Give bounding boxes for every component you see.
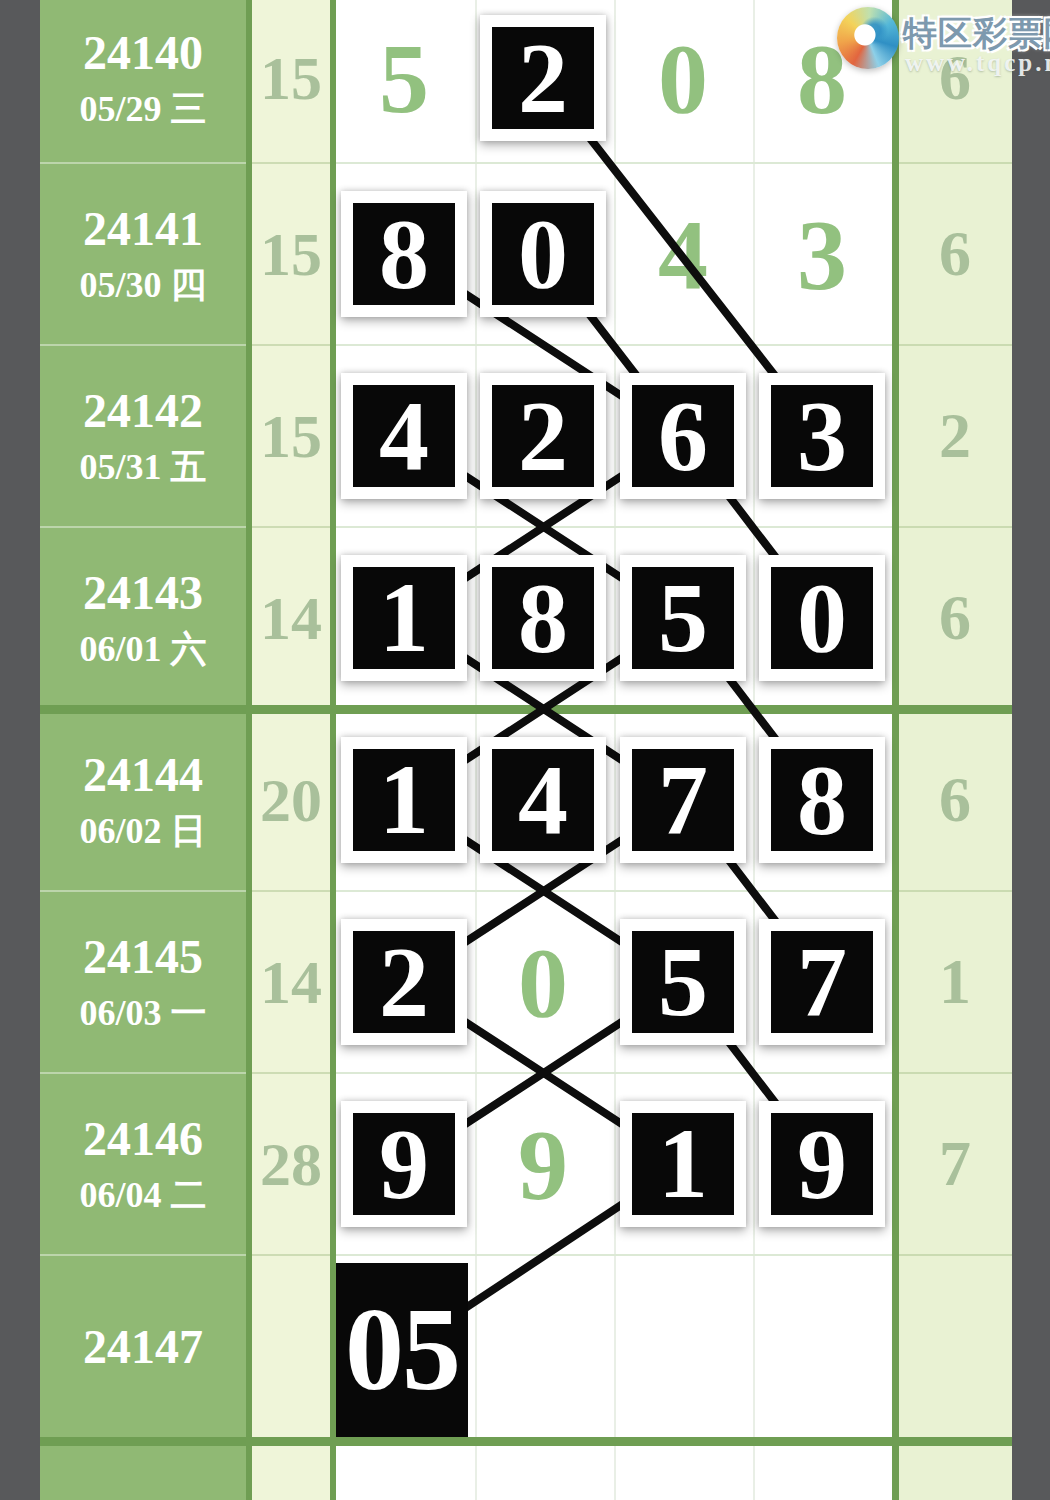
- digit-value: 1: [658, 1114, 708, 1214]
- digit-value: 4: [379, 386, 429, 486]
- row-divider: [336, 1254, 892, 1256]
- sum-value: 20: [260, 765, 322, 836]
- digit-value: 2: [518, 28, 568, 128]
- digit-value-green: 5: [379, 21, 429, 136]
- hot-digit-box: 7: [620, 737, 746, 863]
- hot-digit-box: 0: [480, 191, 606, 317]
- digit-value: 4: [518, 750, 568, 850]
- digit-value: 7: [658, 750, 708, 850]
- draw-date: 06/04 二: [79, 1171, 206, 1220]
- digit-value-green: 9: [518, 1107, 568, 1222]
- tail-value: 7: [939, 1127, 971, 1201]
- draw-label: 24140: [83, 25, 203, 80]
- section-divider: [40, 1437, 1012, 1446]
- hot-digit-box: 1: [341, 555, 467, 681]
- digit-value-green: 3: [797, 197, 847, 312]
- row-divider: [336, 890, 892, 892]
- digit-value-green: 0: [518, 925, 568, 1040]
- next-draw-box: 05: [336, 1263, 468, 1437]
- tail-value: 6: [939, 581, 971, 655]
- row-divider: [40, 526, 246, 528]
- digit-value: 9: [797, 1114, 847, 1214]
- sum-value: 15: [260, 43, 322, 114]
- row-divider: [336, 1072, 892, 1074]
- section-divider: [40, 705, 1012, 714]
- grid-vline: [753, 0, 755, 1500]
- hot-digit-box: 5: [620, 919, 746, 1045]
- hot-digit-box: 2: [480, 15, 606, 141]
- draw-date: 05/30 四: [79, 261, 206, 310]
- tail-value: 6: [939, 217, 971, 291]
- digit-value: 1: [379, 568, 429, 668]
- draw-date: 06/03 一: [79, 989, 206, 1038]
- row-divider: [252, 162, 330, 164]
- row-divider: [899, 526, 1012, 528]
- hot-digit-box: 4: [480, 737, 606, 863]
- row-divider: [336, 162, 892, 164]
- digit-value: 0: [518, 204, 568, 304]
- sum-value: 14: [260, 947, 322, 1018]
- row-divider: [40, 162, 246, 164]
- column-border: [892, 0, 899, 1500]
- draw-label: 24147: [83, 1319, 203, 1374]
- draw-date: 05/31 五: [79, 443, 206, 492]
- hot-digit-box: 8: [759, 737, 885, 863]
- hot-digit-box: 3: [759, 373, 885, 499]
- hot-digit-box: 8: [480, 555, 606, 681]
- draw-label: 24144: [83, 747, 203, 802]
- sum-value: 28: [260, 1129, 322, 1200]
- hot-digit-box: 9: [759, 1101, 885, 1227]
- row-divider: [40, 1254, 246, 1256]
- hot-digit-box: 8: [341, 191, 467, 317]
- sum-value: 14: [260, 583, 322, 654]
- row-divider: [899, 344, 1012, 346]
- column-border: [246, 0, 252, 1500]
- hot-digit-box: 0: [759, 555, 885, 681]
- tail-value: 2: [939, 399, 971, 473]
- draw-date: 06/01 六: [79, 625, 206, 674]
- digit-value: 9: [379, 1114, 429, 1214]
- row-divider: [252, 526, 330, 528]
- row-divider: [899, 890, 1012, 892]
- digit-value: 8: [518, 568, 568, 668]
- row-divider: [40, 344, 246, 346]
- hot-digit-box: 2: [341, 919, 467, 1045]
- digit-value: 0: [797, 568, 847, 668]
- row-divider: [336, 526, 892, 528]
- digit-value: 5: [658, 568, 708, 668]
- hot-digit-box: 1: [620, 1101, 746, 1227]
- digit-value: 3: [797, 386, 847, 486]
- row-divider: [899, 1254, 1012, 1256]
- digit-value: 8: [379, 204, 429, 304]
- digit-value: 2: [518, 386, 568, 486]
- draw-date: 05/29 三: [79, 85, 206, 134]
- draw-label: 24142: [83, 383, 203, 438]
- row-divider: [40, 1072, 246, 1074]
- row-divider: [252, 344, 330, 346]
- digit-value-green: 0: [658, 21, 708, 136]
- digit-value: 1: [379, 750, 429, 850]
- tail-value: 1: [939, 945, 971, 1019]
- tail-value: 6: [939, 763, 971, 837]
- hot-digit-box: 5: [620, 555, 746, 681]
- hot-digit-box: 2: [480, 373, 606, 499]
- digit-value: 2: [379, 932, 429, 1032]
- lottery-trend-chart: 特区彩票网 www.tqcp.net 2414005/29 三156520824…: [0, 0, 1050, 1500]
- site-logo[interactable]: 特区彩票网 www.tqcp.net: [837, 5, 1042, 75]
- digit-value: 7: [797, 932, 847, 1032]
- site-url: www.tqcp.net: [905, 49, 1050, 77]
- draw-label: 24141: [83, 201, 203, 256]
- digit-value: 5: [658, 932, 708, 1032]
- row-divider: [40, 890, 246, 892]
- next-draw-number: 05: [345, 1282, 459, 1418]
- digit-value: 6: [658, 386, 708, 486]
- row-divider: [336, 344, 892, 346]
- row-divider: [252, 1254, 330, 1256]
- sum-value: 15: [260, 219, 322, 290]
- swirl-logo-icon: [837, 7, 899, 69]
- hot-digit-box: 6: [620, 373, 746, 499]
- draw-label: 24145: [83, 929, 203, 984]
- draw-label: 24143: [83, 565, 203, 620]
- sum-value: 15: [260, 401, 322, 472]
- grid-vline: [475, 0, 477, 1500]
- hot-digit-box: 4: [341, 373, 467, 499]
- draw-label: 24146: [83, 1111, 203, 1166]
- row-divider: [899, 162, 1012, 164]
- digit-value: 8: [797, 750, 847, 850]
- row-divider: [899, 1072, 1012, 1074]
- hot-digit-box: 9: [341, 1101, 467, 1227]
- draw-date: 06/02 日: [79, 807, 206, 856]
- hot-digit-box: 1: [341, 737, 467, 863]
- hot-digit-box: 7: [759, 919, 885, 1045]
- row-divider: [252, 890, 330, 892]
- grid-vline: [614, 0, 616, 1500]
- digit-value-green: 4: [658, 197, 708, 312]
- row-divider: [252, 1072, 330, 1074]
